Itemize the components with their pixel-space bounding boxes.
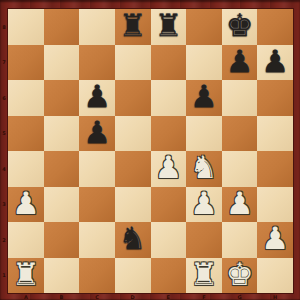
square-g4[interactable] — [222, 151, 258, 187]
square-h6[interactable] — [257, 80, 293, 116]
square-d1[interactable] — [115, 258, 151, 294]
square-a8[interactable] — [8, 9, 44, 45]
square-e5[interactable] — [151, 116, 187, 152]
file-label-h: H — [257, 293, 293, 300]
square-e7[interactable] — [151, 45, 187, 81]
square-g1[interactable]: ♚ — [222, 258, 258, 294]
black-pawn-c5[interactable]: ♟ — [83, 117, 111, 148]
file-label-b: B — [44, 293, 80, 300]
square-b6[interactable] — [44, 80, 80, 116]
square-c4[interactable] — [79, 151, 115, 187]
square-d7[interactable] — [115, 45, 151, 81]
square-b4[interactable] — [44, 151, 80, 187]
square-g8[interactable]: ♚ — [222, 9, 258, 45]
square-b1[interactable] — [44, 258, 80, 294]
square-b3[interactable] — [44, 187, 80, 223]
square-b8[interactable] — [44, 9, 80, 45]
square-c7[interactable] — [79, 45, 115, 81]
square-e6[interactable] — [151, 80, 187, 116]
square-h5[interactable] — [257, 116, 293, 152]
white-rook-a1[interactable]: ♜ — [12, 259, 40, 290]
white-king-g1[interactable]: ♚ — [226, 259, 254, 290]
black-pawn-f6[interactable]: ♟ — [190, 81, 218, 112]
square-h3[interactable] — [257, 187, 293, 223]
square-a4[interactable] — [8, 151, 44, 187]
file-label-f: F — [186, 293, 222, 300]
square-d8[interactable]: ♜ — [115, 9, 151, 45]
rank-label-3: 3 — [0, 187, 8, 223]
square-d5[interactable] — [115, 116, 151, 152]
square-f8[interactable] — [186, 9, 222, 45]
square-f6[interactable]: ♟ — [186, 80, 222, 116]
square-f4[interactable]: ♞ — [186, 151, 222, 187]
square-f5[interactable] — [186, 116, 222, 152]
square-f2[interactable] — [186, 222, 222, 258]
square-a3[interactable]: ♟ — [8, 187, 44, 223]
white-pawn-h2[interactable]: ♟ — [261, 223, 289, 254]
white-pawn-f3[interactable]: ♟ — [190, 188, 218, 219]
square-f7[interactable] — [186, 45, 222, 81]
black-knight-d2[interactable]: ♞ — [119, 223, 147, 254]
square-h4[interactable] — [257, 151, 293, 187]
square-d4[interactable] — [115, 151, 151, 187]
square-c1[interactable] — [79, 258, 115, 294]
rank-label-8: 8 — [0, 9, 8, 45]
file-labels: ABCDEFGH — [8, 293, 293, 300]
square-h1[interactable] — [257, 258, 293, 294]
square-h8[interactable] — [257, 9, 293, 45]
black-pawn-g7[interactable]: ♟ — [226, 46, 254, 77]
square-c6[interactable]: ♟ — [79, 80, 115, 116]
white-pawn-a3[interactable]: ♟ — [12, 188, 40, 219]
square-d3[interactable] — [115, 187, 151, 223]
square-c8[interactable] — [79, 9, 115, 45]
black-pawn-h7[interactable]: ♟ — [261, 46, 289, 77]
square-h7[interactable]: ♟ — [257, 45, 293, 81]
square-b5[interactable] — [44, 116, 80, 152]
square-a5[interactable] — [8, 116, 44, 152]
file-label-c: C — [79, 293, 115, 300]
square-f3[interactable]: ♟ — [186, 187, 222, 223]
square-b2[interactable] — [44, 222, 80, 258]
square-g6[interactable] — [222, 80, 258, 116]
square-g2[interactable] — [222, 222, 258, 258]
white-knight-f4[interactable]: ♞ — [190, 152, 218, 183]
square-e3[interactable] — [151, 187, 187, 223]
square-a2[interactable] — [8, 222, 44, 258]
square-d2[interactable]: ♞ — [115, 222, 151, 258]
square-g3[interactable]: ♟ — [222, 187, 258, 223]
rank-label-7: 7 — [0, 45, 8, 81]
white-pawn-g3[interactable]: ♟ — [226, 188, 254, 219]
chess-diagram: 87654321 ABCDEFGH ♜♜♚♟♟♟♟♟♟♞♟♟♟♞♟♜♜♚ — [0, 0, 300, 300]
square-c5[interactable]: ♟ — [79, 116, 115, 152]
square-e1[interactable] — [151, 258, 187, 294]
square-h2[interactable]: ♟ — [257, 222, 293, 258]
square-e4[interactable]: ♟ — [151, 151, 187, 187]
black-pawn-c6[interactable]: ♟ — [83, 81, 111, 112]
square-e8[interactable]: ♜ — [151, 9, 187, 45]
file-label-e: E — [151, 293, 187, 300]
file-label-d: D — [115, 293, 151, 300]
square-a7[interactable] — [8, 45, 44, 81]
square-e2[interactable] — [151, 222, 187, 258]
white-pawn-e4[interactable]: ♟ — [154, 152, 182, 183]
file-label-g: G — [222, 293, 258, 300]
square-b7[interactable] — [44, 45, 80, 81]
file-label-a: A — [8, 293, 44, 300]
square-c2[interactable] — [79, 222, 115, 258]
square-a6[interactable] — [8, 80, 44, 116]
square-f1[interactable]: ♜ — [186, 258, 222, 294]
square-d6[interactable] — [115, 80, 151, 116]
rank-label-5: 5 — [0, 116, 8, 152]
square-c3[interactable] — [79, 187, 115, 223]
square-g5[interactable] — [222, 116, 258, 152]
rank-label-4: 4 — [0, 151, 8, 187]
white-rook-f1[interactable]: ♜ — [190, 259, 218, 290]
chess-board: ♜♜♚♟♟♟♟♟♟♞♟♟♟♞♟♜♜♚ — [8, 9, 293, 293]
black-king-g8[interactable]: ♚ — [226, 10, 254, 41]
black-rook-d8[interactable]: ♜ — [119, 10, 147, 41]
square-g7[interactable]: ♟ — [222, 45, 258, 81]
rank-label-6: 6 — [0, 80, 8, 116]
rank-label-2: 2 — [0, 222, 8, 258]
rank-labels: 87654321 — [0, 9, 8, 293]
rank-label-1: 1 — [0, 258, 8, 294]
black-rook-e8[interactable]: ♜ — [154, 10, 182, 41]
square-a1[interactable]: ♜ — [8, 258, 44, 294]
